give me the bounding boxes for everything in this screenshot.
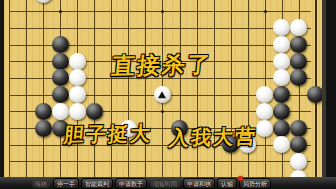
stone-black xyxy=(52,86,69,103)
grid-hline xyxy=(9,145,311,146)
pass-label: 停一手 xyxy=(57,180,75,187)
ai-referee-label: 智能裁判 xyxy=(85,180,109,187)
toolbar-spacer xyxy=(0,183,30,184)
grid-vline xyxy=(94,0,95,178)
reduce-time-label: 缩短时间 xyxy=(153,180,177,187)
grid-vline xyxy=(214,0,215,178)
stone-black xyxy=(86,103,103,120)
undo-button[interactable]: 悔棋 xyxy=(32,179,50,188)
grid-vline xyxy=(145,0,146,178)
action-toolbar: 悔棋 停一手 智能裁判 申请数子 缩短时间 申请和棋 认输 局势分析 xyxy=(0,177,336,189)
window-left-edge xyxy=(0,0,4,189)
stone-white xyxy=(256,120,273,137)
caption-kill-directly: 直接杀了 xyxy=(111,49,214,82)
stone-white xyxy=(273,53,290,70)
grid-vline xyxy=(111,0,112,178)
stone-white xyxy=(69,69,86,86)
stone-black xyxy=(273,103,290,120)
star-point xyxy=(264,10,267,13)
request-count-label: 申请数子 xyxy=(119,180,143,187)
resign-label: 认输 xyxy=(221,180,233,187)
stone-black xyxy=(290,120,307,137)
undo-label: 悔棋 xyxy=(35,180,47,187)
stone-black xyxy=(290,53,307,70)
stone-black xyxy=(35,103,52,120)
grid-vline xyxy=(128,0,129,178)
window-right-edge xyxy=(322,0,336,189)
stone-white-last-move xyxy=(154,86,171,103)
stone-white xyxy=(256,103,273,120)
reduce-time-button[interactable]: 缩短时间 xyxy=(150,179,180,188)
grid-vline xyxy=(43,0,44,178)
ai-referee-button[interactable]: 智能裁判 xyxy=(82,179,112,188)
stone-white xyxy=(69,86,86,103)
grid-hline xyxy=(9,28,311,29)
resign-button[interactable]: 认输 xyxy=(218,179,236,188)
stone-white xyxy=(52,103,69,120)
request-draw-button[interactable]: 申请和棋 xyxy=(184,179,214,188)
grid-vline xyxy=(9,0,10,178)
go-client-window: 直接杀了 胆子挺大 入我大营 悔棋 停一手 智能裁判 申请数子 缩短时间 申请和… xyxy=(0,0,336,189)
request-count-button[interactable]: 申请数子 xyxy=(116,179,146,188)
request-draw-label: 申请和棋 xyxy=(187,180,211,187)
go-board[interactable]: 直接杀了 胆子挺大 入我大营 xyxy=(4,0,322,178)
last-move-triangle-icon xyxy=(158,91,166,98)
stone-black xyxy=(273,120,290,137)
stone-black xyxy=(52,69,69,86)
caption-enter-my-camp: 入我大营 xyxy=(168,123,259,152)
grid-hline xyxy=(9,161,311,162)
grid-vline xyxy=(197,0,198,178)
caption-bold-nerve: 胆子挺大 xyxy=(63,120,154,149)
new-badge-icon xyxy=(238,176,243,181)
stone-white xyxy=(69,53,86,70)
stone-black xyxy=(307,86,322,103)
stone-black xyxy=(52,36,69,53)
pass-button[interactable]: 停一手 xyxy=(54,179,78,188)
grid-vline xyxy=(26,0,27,178)
stone-white xyxy=(69,103,86,120)
stone-black xyxy=(52,53,69,70)
analysis-button[interactable]: 局势分析 xyxy=(240,179,270,188)
analysis-label: 局势分析 xyxy=(243,180,267,187)
stone-black xyxy=(35,120,52,137)
